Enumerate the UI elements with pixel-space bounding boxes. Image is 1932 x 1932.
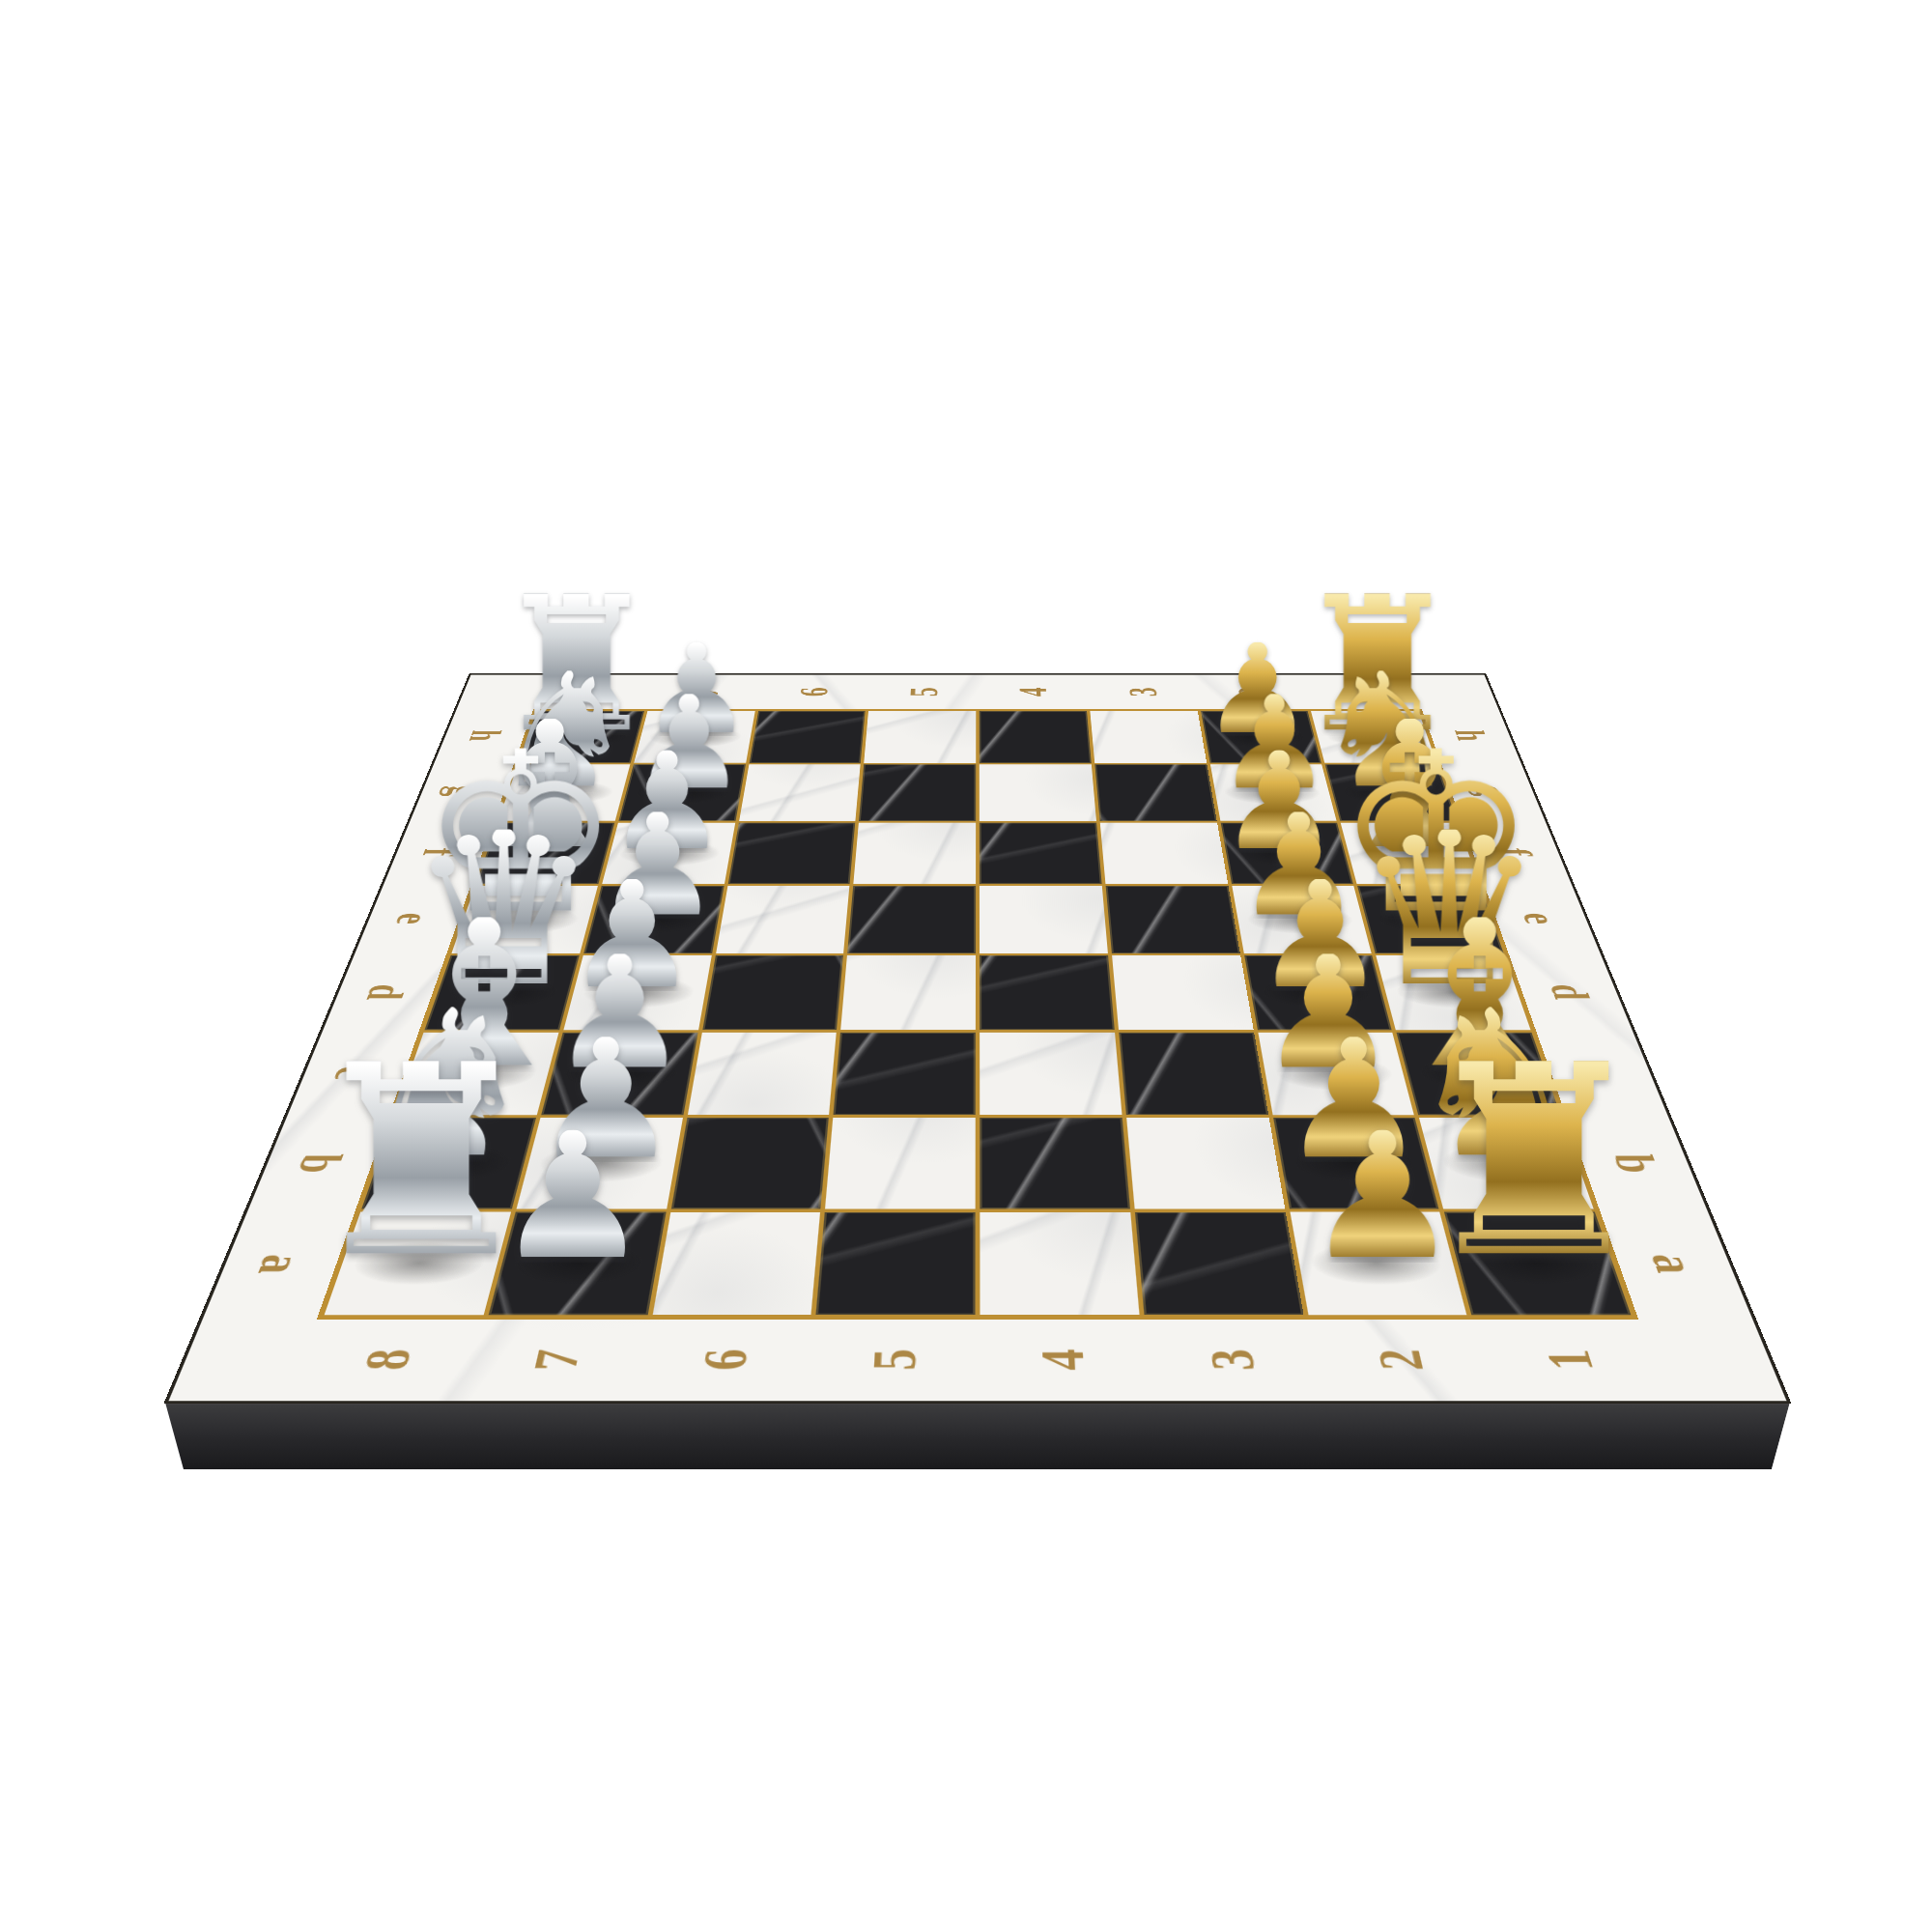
square-c3[interactable] — [1119, 1033, 1268, 1115]
piece-shadow — [1287, 1143, 1423, 1183]
piece-shadow — [1209, 725, 1310, 748]
piece-shadow — [345, 1240, 494, 1286]
piece-shadow — [1304, 1240, 1449, 1286]
piece-gold-pawn[interactable]: ♟ — [1142, 489, 1373, 736]
product-photo-stage: 87654321 87654321 hgfedcba hgfedcba ♜♟♟♜… — [0, 0, 1932, 1932]
square-c8[interactable]: ♝ — [395, 1033, 559, 1115]
square-f6[interactable] — [727, 822, 855, 884]
square-e3[interactable] — [1105, 886, 1239, 953]
square-a2[interactable]: ♟ — [1290, 1212, 1467, 1316]
square-g8[interactable]: ♞ — [498, 764, 630, 820]
square-h6[interactable] — [749, 711, 866, 762]
coordinates-back-edge: 87654321 — [533, 675, 1422, 710]
piece-shadow — [1371, 905, 1490, 935]
square-d8[interactable]: ♛ — [425, 955, 580, 1030]
square-f1[interactable]: ♝ — [1341, 822, 1479, 884]
piece-shadow — [440, 977, 565, 1009]
square-g6[interactable] — [739, 764, 861, 820]
coordinate-label-7: 7 — [644, 675, 761, 710]
square-g2[interactable]: ♟ — [1210, 764, 1337, 820]
piece-shadow — [1321, 725, 1424, 748]
coordinate-label-1: 1 — [1301, 675, 1421, 710]
coordinate-label-g: g — [1441, 763, 1546, 821]
square-h5[interactable] — [865, 711, 977, 762]
piece-shadow — [1337, 781, 1444, 805]
square-f3[interactable] — [1100, 822, 1228, 884]
coordinate-label-g: g — [411, 763, 515, 821]
piece-gold-rook[interactable]: ♜ — [1262, 489, 1492, 736]
coordinate-label-4: 4 — [978, 675, 1089, 710]
piece-shadow — [1390, 977, 1515, 1009]
piece-shadow — [1411, 1055, 1544, 1091]
square-c4[interactable] — [980, 1033, 1122, 1115]
square-c2[interactable]: ♟ — [1258, 1033, 1414, 1115]
square-f7[interactable]: ♟ — [602, 822, 735, 884]
square-b6[interactable] — [670, 1118, 829, 1209]
piece-shadow — [614, 839, 724, 867]
square-c1[interactable]: ♝ — [1397, 1033, 1561, 1115]
coordinate-label-8: 8 — [533, 675, 653, 710]
coordinate-label-2: 2 — [1308, 1320, 1495, 1402]
piece-shadow — [467, 905, 585, 935]
rook-glyph: ♜ — [1293, 593, 1462, 736]
square-e8[interactable]: ♚ — [451, 886, 597, 953]
square-e7[interactable]: ♟ — [583, 886, 724, 953]
square-b3[interactable] — [1126, 1118, 1285, 1209]
square-b1[interactable]: ♞ — [1419, 1118, 1594, 1209]
square-f2[interactable]: ♟ — [1220, 822, 1353, 884]
square-g7[interactable]: ♟ — [618, 764, 745, 820]
square-a6[interactable] — [652, 1212, 820, 1316]
piece-shadow — [630, 781, 735, 805]
square-h7[interactable]: ♟ — [634, 711, 754, 762]
square-g5[interactable] — [859, 764, 976, 820]
square-e2[interactable]: ♟ — [1232, 886, 1372, 953]
rook-glyph: ♜ — [493, 593, 662, 736]
square-c6[interactable] — [687, 1033, 837, 1115]
coordinate-label-1: 1 — [1473, 1320, 1667, 1402]
piece-shadow — [1462, 1240, 1610, 1286]
coordinate-label-6: 6 — [633, 1320, 812, 1402]
square-b2[interactable]: ♟ — [1272, 1118, 1438, 1209]
square-d1[interactable]: ♛ — [1377, 955, 1531, 1030]
square-a5[interactable] — [816, 1212, 976, 1316]
square-d7[interactable]: ♟ — [563, 955, 711, 1030]
coordinate-label-3: 3 — [1086, 675, 1200, 710]
piece-shadow — [597, 905, 713, 935]
board-grid: ♜♟♟♜♞♟♟♞♝♟♟♝♚♟♟♚♛♟♟♛♝♟♟♝♞♟♟♞♜♟♟♜ — [317, 709, 1638, 1319]
piece-shadow — [506, 1240, 651, 1286]
coordinates-front-edge: 87654321 — [288, 1320, 1667, 1402]
square-e6[interactable] — [716, 886, 850, 953]
square-a8[interactable]: ♜ — [325, 1212, 511, 1316]
coordinate-label-5: 5 — [805, 1320, 978, 1402]
piece-shadow — [1242, 905, 1358, 935]
square-g1[interactable]: ♞ — [1325, 764, 1457, 820]
square-c5[interactable] — [834, 1033, 976, 1115]
square-d4[interactable] — [980, 955, 1115, 1030]
square-f8[interactable]: ♝ — [476, 822, 614, 884]
square-e5[interactable] — [847, 886, 976, 953]
coordinate-label-2: 2 — [1194, 675, 1311, 710]
piece-shadow — [1435, 1143, 1576, 1183]
piece-shadow — [511, 781, 618, 805]
piece-shadow — [1352, 839, 1465, 867]
coordinate-label-8: 8 — [288, 1320, 482, 1402]
square-a3[interactable] — [1135, 1212, 1303, 1316]
piece-shadow — [644, 725, 745, 748]
coordinate-label-7: 7 — [460, 1320, 647, 1402]
pawn-glyph: ♟ — [641, 642, 753, 736]
square-d6[interactable] — [702, 955, 843, 1030]
square-d5[interactable] — [840, 955, 976, 1030]
square-h1[interactable]: ♜ — [1311, 711, 1436, 762]
pawn-glyph: ♟ — [1202, 642, 1313, 736]
piece-shadow — [380, 1143, 520, 1183]
square-c7[interactable]: ♟ — [541, 1033, 697, 1115]
square-g4[interactable] — [980, 764, 1096, 820]
square-h2[interactable]: ♟ — [1201, 711, 1321, 762]
square-b4[interactable] — [980, 1118, 1129, 1209]
square-h3[interactable] — [1090, 711, 1207, 762]
square-f4[interactable] — [980, 822, 1102, 884]
square-e4[interactable] — [980, 886, 1108, 953]
square-h8[interactable]: ♜ — [519, 711, 644, 762]
piece-shadow — [490, 839, 603, 867]
piece-shadow — [1231, 839, 1341, 867]
square-a1[interactable]: ♜ — [1444, 1212, 1631, 1316]
square-d2[interactable]: ♟ — [1244, 955, 1392, 1030]
coordinate-label-3: 3 — [1143, 1320, 1322, 1402]
square-b7[interactable]: ♟ — [516, 1118, 682, 1209]
coordinate-label-4: 4 — [978, 1320, 1151, 1402]
piece-silver-pawn[interactable]: ♟ — [582, 489, 812, 736]
piece-shadow — [578, 977, 699, 1009]
square-g3[interactable] — [1094, 764, 1216, 820]
square-b5[interactable] — [825, 1118, 975, 1209]
square-a4[interactable] — [980, 1212, 1139, 1316]
board-side-edge — [165, 1401, 1791, 1469]
square-a7[interactable]: ♟ — [488, 1212, 666, 1316]
piece-shadow — [1270, 1055, 1399, 1091]
coordinate-label-6: 6 — [755, 675, 869, 710]
square-d3[interactable] — [1112, 955, 1253, 1030]
square-e1[interactable]: ♚ — [1357, 886, 1503, 953]
scene: 87654321 87654321 hgfedcba hgfedcba ♜♟♟♜… — [0, 0, 1932, 1932]
piece-shadow — [1220, 781, 1325, 805]
piece-shadow — [532, 1143, 668, 1183]
piece-silver-rook[interactable]: ♜ — [462, 489, 693, 736]
piece-shadow — [412, 1055, 544, 1091]
square-h4[interactable] — [980, 711, 1092, 762]
piece-shadow — [1256, 977, 1378, 1009]
square-b8[interactable]: ♞ — [361, 1118, 536, 1209]
piece-shadow — [556, 1055, 685, 1091]
chess-board: 87654321 87654321 hgfedcba hgfedcba ♜♟♟♜… — [168, 675, 1786, 1402]
piece-shadow — [530, 725, 633, 748]
coordinate-label-5: 5 — [867, 675, 978, 710]
square-f5[interactable] — [854, 822, 977, 884]
